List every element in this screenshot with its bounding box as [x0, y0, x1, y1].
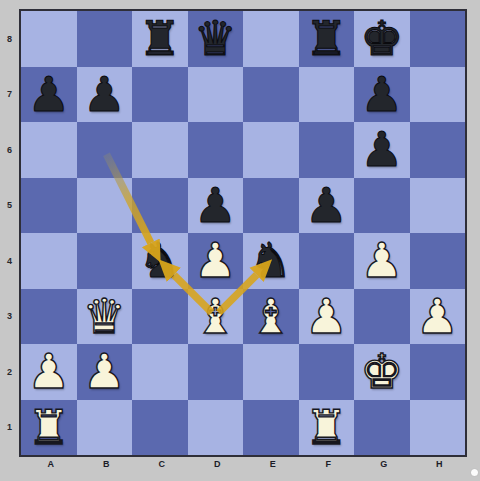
square-a5[interactable] — [21, 178, 77, 234]
square-c3[interactable] — [132, 289, 188, 345]
square-d2[interactable] — [188, 344, 244, 400]
square-e4[interactable]: ♞ — [243, 233, 299, 289]
rank-label-1: 1 — [0, 422, 19, 432]
rank-label-8: 8 — [0, 34, 19, 44]
square-e7[interactable] — [243, 67, 299, 123]
square-d6[interactable] — [188, 122, 244, 178]
square-h7[interactable] — [410, 67, 466, 123]
piece-black-pawn-a7[interactable]: ♟ — [27, 67, 70, 123]
file-label-C: C — [159, 459, 166, 469]
piece-white-rook-a1[interactable]: ♜ — [27, 400, 70, 456]
piece-black-rook-c8[interactable]: ♜ — [138, 11, 181, 67]
rank-label-7: 7 — [0, 89, 19, 99]
piece-white-bishop-d3[interactable]: ♝ — [194, 289, 237, 345]
board-frame: 87654321 ♜♛♜♚♟♟♟♟♟♟♞♟♞♟♛♝♝♟♟♟♟♚♜♜ ABCDEF… — [0, 0, 480, 481]
square-c2[interactable] — [132, 344, 188, 400]
piece-black-knight-e4[interactable]: ♞ — [249, 233, 292, 289]
piece-black-pawn-d5[interactable]: ♟ — [194, 178, 237, 234]
square-h8[interactable] — [410, 11, 466, 67]
rank-label-4: 4 — [0, 256, 19, 266]
square-d5[interactable]: ♟ — [188, 178, 244, 234]
square-g6[interactable]: ♟ — [354, 122, 410, 178]
square-a6[interactable] — [21, 122, 77, 178]
square-e3[interactable]: ♝ — [243, 289, 299, 345]
square-h2[interactable] — [410, 344, 466, 400]
square-b8[interactable] — [77, 11, 133, 67]
piece-white-bishop-e3[interactable]: ♝ — [249, 289, 292, 345]
piece-white-pawn-a2[interactable]: ♟ — [27, 344, 70, 400]
square-c6[interactable] — [132, 122, 188, 178]
piece-white-pawn-h3[interactable]: ♟ — [416, 289, 459, 345]
square-f5[interactable]: ♟ — [299, 178, 355, 234]
square-d8[interactable]: ♛ — [188, 11, 244, 67]
square-d1[interactable] — [188, 400, 244, 456]
chess-board: ♜♛♜♚♟♟♟♟♟♟♞♟♞♟♛♝♝♟♟♟♟♚♜♜ — [19, 9, 467, 457]
square-e2[interactable] — [243, 344, 299, 400]
square-g3[interactable] — [354, 289, 410, 345]
square-d4[interactable]: ♟ — [188, 233, 244, 289]
square-f4[interactable] — [299, 233, 355, 289]
piece-black-queen-d8[interactable]: ♛ — [194, 11, 237, 67]
square-g4[interactable]: ♟ — [354, 233, 410, 289]
square-e1[interactable] — [243, 400, 299, 456]
square-g2[interactable]: ♚ — [354, 344, 410, 400]
piece-white-pawn-d4[interactable]: ♟ — [194, 233, 237, 289]
file-label-D: D — [214, 459, 221, 469]
rank-label-2: 2 — [0, 367, 19, 377]
square-h6[interactable] — [410, 122, 466, 178]
file-labels: ABCDEFGH — [21, 459, 465, 475]
piece-white-pawn-b2[interactable]: ♟ — [83, 344, 126, 400]
square-h4[interactable] — [410, 233, 466, 289]
square-a3[interactable] — [21, 289, 77, 345]
square-g1[interactable] — [354, 400, 410, 456]
rank-labels: 87654321 — [0, 11, 19, 455]
square-b3[interactable]: ♛ — [77, 289, 133, 345]
rank-label-3: 3 — [0, 311, 19, 321]
file-label-G: G — [380, 459, 387, 469]
square-c1[interactable] — [132, 400, 188, 456]
piece-black-pawn-b7[interactable]: ♟ — [83, 67, 126, 123]
square-g8[interactable]: ♚ — [354, 11, 410, 67]
file-label-B: B — [103, 459, 110, 469]
square-a2[interactable]: ♟ — [21, 344, 77, 400]
square-c5[interactable] — [132, 178, 188, 234]
square-f2[interactable] — [299, 344, 355, 400]
rank-label-6: 6 — [0, 145, 19, 155]
piece-black-pawn-g7[interactable]: ♟ — [360, 67, 403, 123]
square-e5[interactable] — [243, 178, 299, 234]
square-f7[interactable] — [299, 67, 355, 123]
piece-white-pawn-g4[interactable]: ♟ — [360, 233, 403, 289]
square-h1[interactable] — [410, 400, 466, 456]
square-a8[interactable] — [21, 11, 77, 67]
file-label-F: F — [326, 459, 332, 469]
square-c4[interactable]: ♞ — [132, 233, 188, 289]
square-h5[interactable] — [410, 178, 466, 234]
piece-black-pawn-g6[interactable]: ♟ — [360, 122, 403, 178]
square-g5[interactable] — [354, 178, 410, 234]
file-label-H: H — [436, 459, 443, 469]
square-a7[interactable]: ♟ — [21, 67, 77, 123]
square-f8[interactable]: ♜ — [299, 11, 355, 67]
square-a4[interactable] — [21, 233, 77, 289]
square-g7[interactable]: ♟ — [354, 67, 410, 123]
square-b5[interactable] — [77, 178, 133, 234]
file-label-A: A — [48, 459, 55, 469]
square-b6[interactable] — [77, 122, 133, 178]
square-e6[interactable] — [243, 122, 299, 178]
piece-black-knight-c4[interactable]: ♞ — [138, 233, 181, 289]
piece-black-pawn-f5[interactable]: ♟ — [305, 178, 348, 234]
square-b2[interactable]: ♟ — [77, 344, 133, 400]
corner-dot — [471, 469, 478, 476]
square-f6[interactable] — [299, 122, 355, 178]
piece-white-king-g2[interactable]: ♚ — [360, 344, 403, 400]
square-b7[interactable]: ♟ — [77, 67, 133, 123]
square-b1[interactable] — [77, 400, 133, 456]
square-e8[interactable] — [243, 11, 299, 67]
rank-label-5: 5 — [0, 200, 19, 210]
square-h3[interactable]: ♟ — [410, 289, 466, 345]
square-a1[interactable]: ♜ — [21, 400, 77, 456]
piece-white-queen-b3[interactable]: ♛ — [83, 289, 126, 345]
square-b4[interactable] — [77, 233, 133, 289]
piece-black-rook-f8[interactable]: ♜ — [305, 11, 348, 67]
square-c8[interactable]: ♜ — [132, 11, 188, 67]
square-d3[interactable]: ♝ — [188, 289, 244, 345]
file-label-E: E — [270, 459, 276, 469]
piece-black-king-g8[interactable]: ♚ — [360, 11, 403, 67]
piece-white-rook-f1[interactable]: ♜ — [305, 400, 348, 456]
square-f3[interactable]: ♟ — [299, 289, 355, 345]
square-f1[interactable]: ♜ — [299, 400, 355, 456]
piece-white-pawn-f3[interactable]: ♟ — [305, 289, 348, 345]
square-c7[interactable] — [132, 67, 188, 123]
square-d7[interactable] — [188, 67, 244, 123]
